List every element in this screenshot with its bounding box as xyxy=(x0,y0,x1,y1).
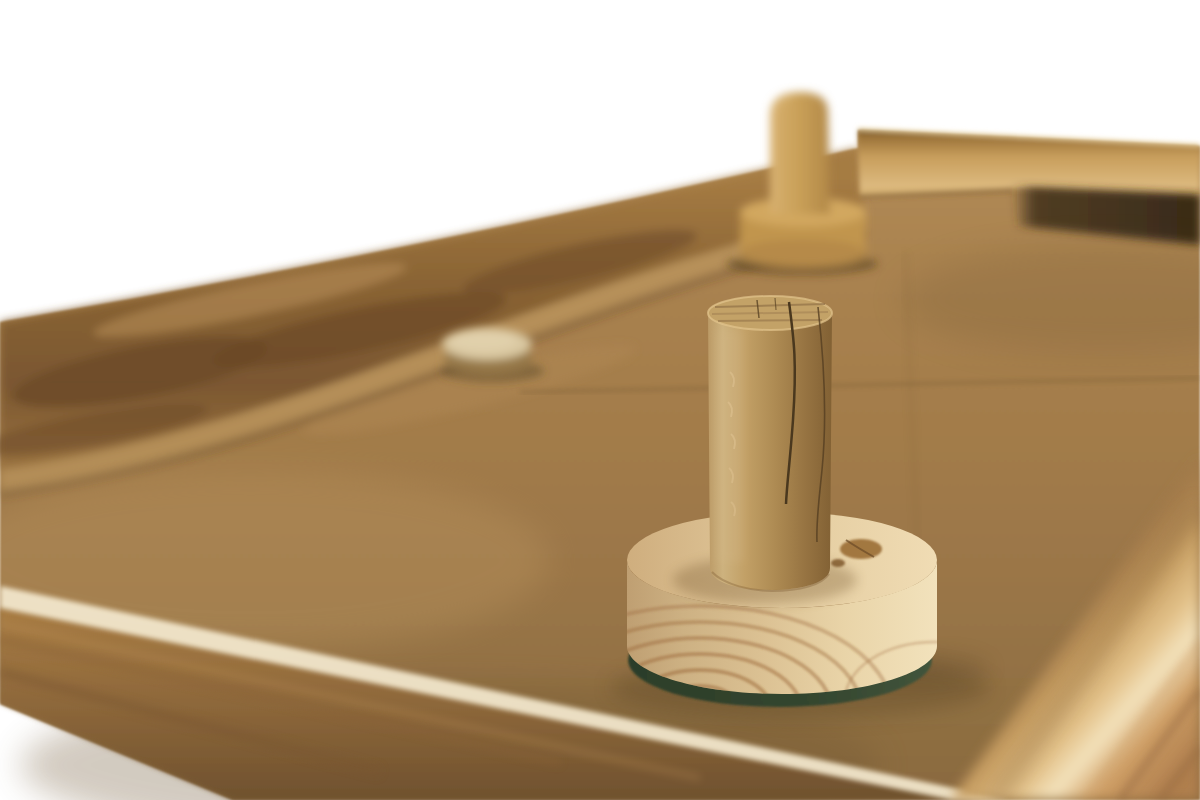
game-table-photo xyxy=(0,0,1200,800)
handle-texture xyxy=(716,330,744,562)
handle-top-face xyxy=(708,296,832,330)
photo-stage xyxy=(0,0,1200,800)
